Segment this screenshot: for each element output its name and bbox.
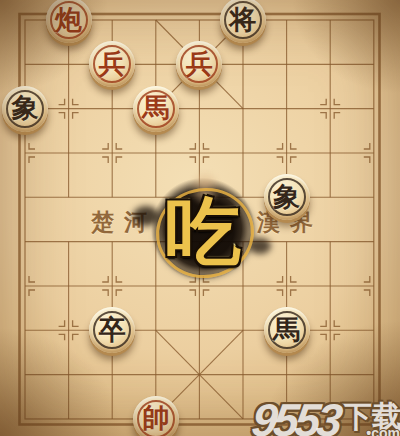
xiangqi-board-screenshot: 楚河 漢界 炮将兵兵馬象象卒馬帥 吃 9553 下载 •com	[0, 0, 400, 436]
piece-glyph: 兵	[186, 51, 213, 78]
watermark-number: 9553	[250, 402, 340, 436]
watermark-domain: •com	[366, 425, 400, 436]
piece-black-elephant[interactable]: 象	[2, 86, 48, 132]
piece-glyph: 兵	[99, 51, 126, 78]
piece-red-horse[interactable]: 馬	[133, 86, 179, 132]
watermark-9553: 9553 下载 •com	[252, 396, 400, 436]
piece-red-cannon[interactable]: 炮	[46, 0, 92, 43]
piece-glyph: 馬	[273, 317, 300, 344]
piece-glyph: 卒	[99, 317, 126, 344]
piece-glyph: 象	[273, 184, 300, 211]
piece-black-horse[interactable]: 馬	[264, 307, 310, 353]
piece-glyph: 馬	[142, 95, 169, 122]
piece-black-elephant[interactable]: 象	[264, 174, 310, 220]
piece-red-general[interactable]: 帥	[133, 396, 179, 436]
piece-glyph: 炮	[55, 7, 82, 34]
piece-glyph: 帥	[142, 405, 169, 432]
piece-glyph: 象	[12, 95, 39, 122]
capture-glyph: 吃	[165, 194, 241, 270]
piece-glyph: 将	[230, 7, 257, 34]
